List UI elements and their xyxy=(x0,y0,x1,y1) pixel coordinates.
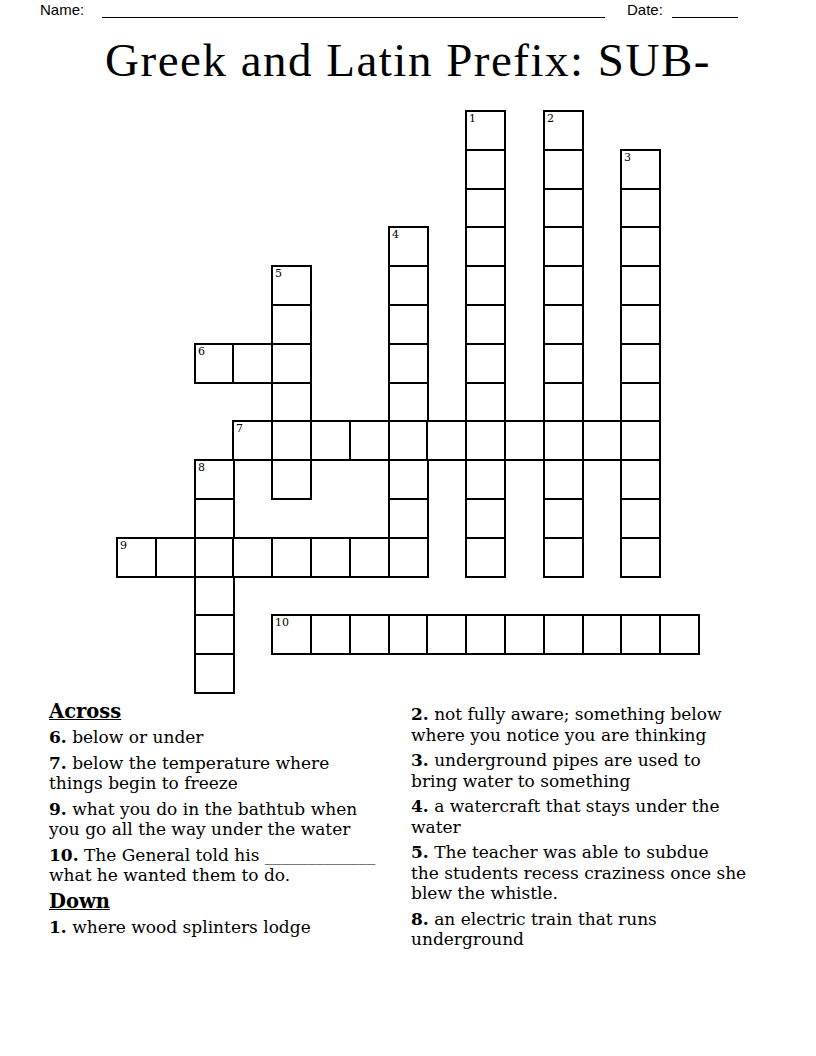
grid-cell[interactable] xyxy=(582,420,623,461)
grid-cell[interactable]: 9 xyxy=(116,537,157,578)
clue-number: 3. xyxy=(411,750,429,770)
cell-clue-number: 3 xyxy=(624,151,631,164)
grid-cell[interactable] xyxy=(194,537,235,578)
clue-across-6: 6. below or under xyxy=(49,727,401,748)
grid-cell[interactable] xyxy=(465,226,506,267)
clue-down-8: 8. an electric train that runsundergroun… xyxy=(411,909,791,950)
clue-text: below or under xyxy=(72,727,203,747)
grid-cell[interactable] xyxy=(620,226,661,267)
clue-text: you go all the way under the water xyxy=(49,819,401,840)
name-input-line[interactable] xyxy=(102,2,605,18)
grid-cell[interactable] xyxy=(465,382,506,423)
clue-text: things begin to freeze xyxy=(49,773,401,794)
clue-text: water xyxy=(411,817,791,838)
clue-number: 7. xyxy=(49,753,67,773)
grid-cell[interactable] xyxy=(155,537,196,578)
grid-cell[interactable] xyxy=(271,459,312,500)
across-heading: Across xyxy=(49,701,401,722)
grid-cell[interactable] xyxy=(271,343,312,384)
grid-cell[interactable] xyxy=(271,304,312,345)
name-label: Name: xyxy=(40,1,84,18)
grid-cell[interactable]: 2 xyxy=(543,110,584,151)
clue-down-5: 5. The teacher was able to subduethe stu… xyxy=(411,842,791,904)
grid-cell[interactable] xyxy=(465,537,506,578)
grid-cell[interactable] xyxy=(388,343,429,384)
grid-cell[interactable] xyxy=(543,420,584,461)
grid-cell[interactable]: 8 xyxy=(194,459,235,500)
grid-cell[interactable] xyxy=(620,382,661,423)
grid-cell[interactable] xyxy=(465,265,506,306)
clue-number: 6. xyxy=(49,727,67,747)
grid-cell[interactable]: 5 xyxy=(271,265,312,306)
grid-cell[interactable] xyxy=(388,304,429,345)
clue-number: 4. xyxy=(411,796,429,816)
clue-down-4: 4. a watercraft that stays under thewate… xyxy=(411,796,791,837)
grid-cell[interactable] xyxy=(194,653,235,694)
grid-cell[interactable] xyxy=(504,614,545,655)
grid-cell[interactable] xyxy=(465,420,506,461)
clue-down-2: 2. not fully aware; something belowwhere… xyxy=(411,704,791,745)
grid-cell[interactable] xyxy=(582,614,623,655)
cell-clue-number: 4 xyxy=(392,228,399,241)
clue-number: 5. xyxy=(411,842,429,862)
down-heading: Down xyxy=(49,891,401,912)
grid-cell[interactable] xyxy=(620,420,661,461)
grid-cell[interactable] xyxy=(543,537,584,578)
cell-clue-number: 7 xyxy=(236,422,243,435)
clue-text: what you do in the bathtub when xyxy=(72,799,357,819)
grid-cell[interactable]: 4 xyxy=(388,226,429,267)
grid-cell[interactable] xyxy=(620,537,661,578)
clue-text: what he wanted them to do. xyxy=(49,865,401,886)
clue-number: 1. xyxy=(49,917,67,937)
clues-right-column: 2. not fully aware; something belowwhere… xyxy=(411,704,791,955)
grid-cell[interactable] xyxy=(271,420,312,461)
grid-cell[interactable] xyxy=(194,498,235,539)
cell-clue-number: 10 xyxy=(275,616,289,629)
grid-cell[interactable] xyxy=(310,614,351,655)
grid-cell[interactable] xyxy=(194,576,235,617)
clues-left-column: Across 6. below or under 7. below the te… xyxy=(49,701,401,942)
date-label: Date: xyxy=(627,1,663,18)
grid-cell[interactable] xyxy=(349,420,390,461)
grid-cell[interactable] xyxy=(388,459,429,500)
grid-cell[interactable] xyxy=(543,498,584,539)
clue-text: a watercraft that stays under the xyxy=(434,796,719,816)
clue-across-9: 9. what you do in the bathtub whenyou go… xyxy=(49,799,401,840)
grid-cell[interactable] xyxy=(465,149,506,190)
clue-text: below the temperature where xyxy=(72,753,329,773)
grid-cell[interactable] xyxy=(310,420,351,461)
grid-cell[interactable]: 10 xyxy=(271,614,312,655)
clue-text: not fully aware; something below xyxy=(434,704,721,724)
clue-text: underground pipes are used to xyxy=(434,750,701,770)
grid-cell[interactable] xyxy=(620,498,661,539)
grid-cell[interactable] xyxy=(465,304,506,345)
cell-clue-number: 1 xyxy=(469,112,476,125)
grid-cell[interactable] xyxy=(465,188,506,229)
grid-cell[interactable] xyxy=(426,420,467,461)
grid-cell[interactable] xyxy=(388,614,429,655)
grid-cell[interactable] xyxy=(620,188,661,229)
grid-cell[interactable] xyxy=(543,614,584,655)
grid-cell[interactable] xyxy=(620,614,661,655)
grid-cell[interactable] xyxy=(426,614,467,655)
grid-cell[interactable] xyxy=(620,343,661,384)
date-input-line[interactable] xyxy=(672,2,738,18)
grid-cell[interactable] xyxy=(620,265,661,306)
cell-clue-number: 6 xyxy=(198,345,205,358)
clue-text: bring water to something xyxy=(411,771,791,792)
grid-cell[interactable] xyxy=(465,498,506,539)
grid-cell[interactable] xyxy=(543,226,584,267)
grid-cell[interactable] xyxy=(271,382,312,423)
clue-number: 9. xyxy=(49,799,67,819)
crossword-grid: 12345678910 xyxy=(116,110,700,694)
clue-across-7: 7. below the temperature wherethings beg… xyxy=(49,753,401,794)
grid-cell[interactable] xyxy=(349,537,390,578)
grid-cell[interactable] xyxy=(388,265,429,306)
clue-text: where you notice you are thinking xyxy=(411,725,791,746)
clue-text: blew the whistle. xyxy=(411,883,791,904)
clue-text: where wood splinters lodge xyxy=(72,917,311,937)
cell-clue-number: 9 xyxy=(120,539,127,552)
clue-text: The teacher was able to subdue xyxy=(434,842,709,862)
grid-cell[interactable] xyxy=(232,343,273,384)
clue-down-3: 3. underground pipes are used tobring wa… xyxy=(411,750,791,791)
grid-cell[interactable] xyxy=(349,614,390,655)
grid-cell[interactable] xyxy=(620,304,661,345)
grid-cell[interactable] xyxy=(465,343,506,384)
grid-cell[interactable] xyxy=(388,498,429,539)
grid-cell[interactable] xyxy=(194,614,235,655)
grid-cell[interactable] xyxy=(388,537,429,578)
grid-cell[interactable]: 1 xyxy=(465,110,506,151)
grid-cell[interactable] xyxy=(543,265,584,306)
grid-cell[interactable] xyxy=(659,614,700,655)
grid-cell[interactable] xyxy=(465,614,506,655)
clue-text: the students recess craziness once she xyxy=(411,863,791,884)
grid-cell[interactable] xyxy=(232,537,273,578)
grid-cell[interactable] xyxy=(504,420,545,461)
clue-down-1: 1. where wood splinters lodge xyxy=(49,917,401,938)
clue-number: 10. xyxy=(49,845,79,865)
grid-cell[interactable] xyxy=(310,537,351,578)
clue-text: The General told his _____________ xyxy=(84,845,375,865)
cell-clue-number: 5 xyxy=(275,267,282,280)
clue-text: underground xyxy=(411,929,791,950)
grid-cell[interactable] xyxy=(543,304,584,345)
clue-number: 8. xyxy=(411,909,429,929)
grid-cell[interactable] xyxy=(620,459,661,500)
grid-cell[interactable]: 7 xyxy=(232,420,273,461)
grid-cell[interactable] xyxy=(543,459,584,500)
grid-cell[interactable]: 3 xyxy=(620,149,661,190)
grid-cell[interactable] xyxy=(543,188,584,229)
clue-number: 2. xyxy=(411,704,429,724)
grid-cell[interactable] xyxy=(543,149,584,190)
page-title: Greek and Latin Prefix: SUB- xyxy=(0,33,816,87)
cell-clue-number: 2 xyxy=(547,112,554,125)
grid-cell[interactable] xyxy=(465,459,506,500)
grid-cell[interactable]: 6 xyxy=(194,343,235,384)
grid-cell[interactable] xyxy=(543,382,584,423)
grid-cell[interactable] xyxy=(271,537,312,578)
grid-cell[interactable] xyxy=(388,420,429,461)
grid-cell[interactable] xyxy=(543,343,584,384)
cell-clue-number: 8 xyxy=(198,461,205,474)
clue-across-10: 10. The General told his _____________wh… xyxy=(49,845,401,886)
clue-text: an electric train that runs xyxy=(434,909,657,929)
grid-cell[interactable] xyxy=(388,382,429,423)
